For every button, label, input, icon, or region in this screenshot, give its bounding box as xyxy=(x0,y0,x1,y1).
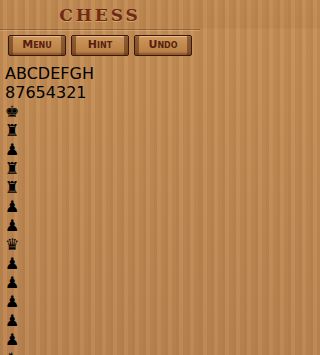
toolbar: Menu Hint Undo xyxy=(0,30,200,61)
piece-black-king[interactable]: ♚ xyxy=(5,102,19,121)
app-title: CHESS xyxy=(59,5,141,25)
square-h4[interactable]: ♟ xyxy=(5,273,195,292)
square-e6[interactable]: ♜ xyxy=(5,178,195,197)
chess-app: CHESS Menu Hint Undo ABCDEFGH 87654321 ♚… xyxy=(0,0,200,355)
piece-white-pawn[interactable]: ♟ xyxy=(5,273,19,292)
piece-white-pawn[interactable]: ♟ xyxy=(5,292,19,311)
rank-label-left-4: 4 xyxy=(46,83,56,102)
square-d5[interactable]: ♛ xyxy=(5,235,195,254)
piece-white-pawn[interactable]: ♟ xyxy=(5,330,19,349)
piece-black-pawn[interactable]: ♟ xyxy=(5,254,19,273)
menu-button[interactable]: Menu xyxy=(8,35,66,56)
square-h5[interactable]: ♟ xyxy=(5,254,195,273)
square-b5[interactable]: ♟ xyxy=(5,197,195,216)
file-label-top-e: E xyxy=(50,64,60,83)
square-c3[interactable]: ♟ xyxy=(5,292,195,311)
title-bar: CHESS xyxy=(0,0,200,30)
square-c5[interactable]: ♟ xyxy=(5,216,195,235)
file-label-top-a: A xyxy=(5,64,16,83)
piece-black-queen[interactable]: ♛ xyxy=(5,235,19,254)
chess-board: ABCDEFGH 87654321 ♚♜♟♜♜♟♟♛♟♟♟♟♟♞♝♛♚ 8765… xyxy=(5,64,195,355)
piece-black-pawn[interactable]: ♟ xyxy=(5,197,19,216)
board-squares: ♚♜♟♜♜♟♟♛♟♟♟♟♟♞♝♛♚ xyxy=(5,102,195,355)
piece-white-pawn[interactable]: ♟ xyxy=(5,311,19,330)
square-f7[interactable]: ♟ xyxy=(5,140,195,159)
file-label-top-b: B xyxy=(16,64,27,83)
file-label-top-c: C xyxy=(27,64,38,83)
rank-label-left-3: 3 xyxy=(56,83,66,102)
square-e2[interactable]: ♞ xyxy=(5,349,195,355)
file-label-top-h: H xyxy=(82,64,94,83)
file-label-top-g: G xyxy=(69,64,81,83)
square-d3[interactable]: ♟ xyxy=(5,311,195,330)
undo-button[interactable]: Undo xyxy=(134,35,192,56)
rank-label-left-2: 2 xyxy=(66,83,76,102)
rank-label-left-5: 5 xyxy=(36,83,46,102)
rank-label-left-7: 7 xyxy=(15,83,25,102)
square-f8[interactable]: ♜ xyxy=(5,121,195,140)
piece-black-pawn[interactable]: ♟ xyxy=(5,216,19,235)
piece-white-knight[interactable]: ♞ xyxy=(5,349,19,355)
hint-button[interactable]: Hint xyxy=(71,35,129,56)
square-h7[interactable]: ♜ xyxy=(5,159,195,178)
file-label-top-d: D xyxy=(38,64,50,83)
square-g3[interactable]: ♟ xyxy=(5,330,195,349)
file-labels-top: ABCDEFGH xyxy=(5,64,195,83)
rank-label-left-1: 1 xyxy=(76,83,86,102)
square-e8[interactable]: ♚ xyxy=(5,102,195,121)
rank-label-left-8: 8 xyxy=(5,83,15,102)
piece-black-pawn[interactable]: ♟ xyxy=(5,140,19,159)
piece-white-rook[interactable]: ♜ xyxy=(5,159,19,178)
rank-label-left-6: 6 xyxy=(25,83,35,102)
piece-black-rook[interactable]: ♜ xyxy=(5,178,19,197)
rank-labels-left: 87654321 xyxy=(5,83,195,102)
piece-black-rook[interactable]: ♜ xyxy=(5,121,19,140)
